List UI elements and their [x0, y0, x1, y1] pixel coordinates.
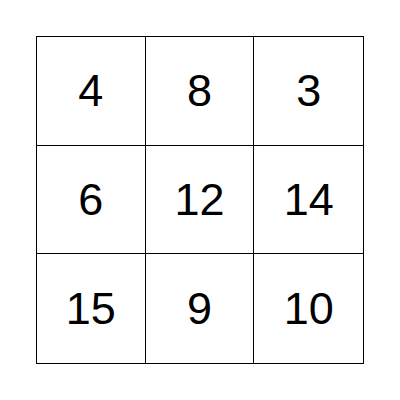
grid-cell-r1c0[interactable]: 6 — [37, 146, 146, 255]
number-grid: 4 8 3 6 12 14 15 9 10 — [36, 36, 364, 364]
grid-cell-r1c1[interactable]: 12 — [146, 146, 255, 255]
grid-cell-r0c0[interactable]: 4 — [37, 37, 146, 146]
grid-cell-r2c2[interactable]: 10 — [254, 254, 363, 363]
grid-cell-r0c1[interactable]: 8 — [146, 37, 255, 146]
grid-cell-r1c2[interactable]: 14 — [254, 146, 363, 255]
grid-cell-r0c2[interactable]: 3 — [254, 37, 363, 146]
grid-cell-r2c0[interactable]: 15 — [37, 254, 146, 363]
grid-cell-r2c1[interactable]: 9 — [146, 254, 255, 363]
puzzle-canvas: 4 8 3 6 12 14 15 9 10 — [0, 0, 400, 400]
